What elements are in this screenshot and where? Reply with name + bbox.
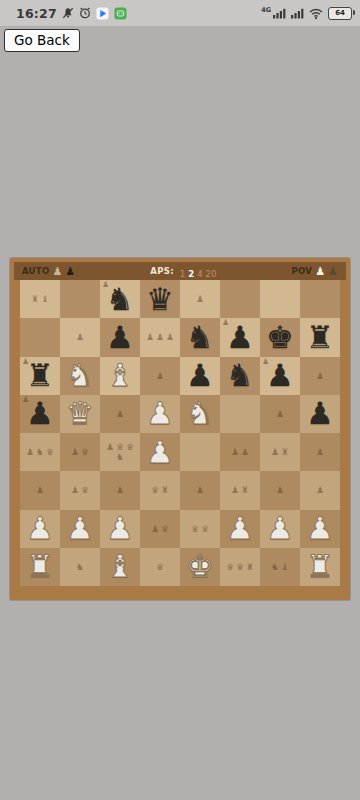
network-type-label: 4G (261, 6, 271, 14)
corner-ghost-pawn-icon: ♟ (22, 396, 29, 404)
ghost-bishop-icon: ♝ (41, 294, 49, 304)
auto-label: AUTO (22, 266, 49, 276)
ghost-pawn-icon: ♟ (156, 332, 164, 342)
ghost-rook-icon: ♜ (241, 485, 249, 495)
square-b8[interactable] (60, 280, 100, 318)
corner-ghost-pawn-icon: ♟ (102, 281, 109, 289)
square-e7[interactable]: ♞ (180, 318, 220, 356)
square-a4[interactable]: ♟♞♛ (20, 433, 60, 471)
ghost-markers: ♟♛ (62, 471, 98, 509)
black-king: ♚ (260, 318, 300, 356)
signal-bars-icon-sim2 (291, 8, 304, 19)
ghost-markers: ♟ (262, 395, 298, 433)
white-pawn: ♟ (140, 395, 180, 433)
ghost-markers: ♜♝ (22, 280, 58, 318)
ghost-queen-icon: ♛ (191, 524, 199, 534)
square-e3[interactable]: ♟ (180, 471, 220, 509)
square-b7[interactable]: ♟ (60, 318, 100, 356)
square-h5[interactable]: ♟ (300, 395, 340, 433)
ghost-pawn-icon: ♟ (166, 332, 174, 342)
ghost-pawn-icon: ♟ (196, 485, 204, 495)
ghost-knight-icon: ♞ (271, 562, 279, 572)
white-bishop: ♝ (100, 357, 140, 395)
white-rook: ♜ (20, 548, 60, 586)
playstore-icon (96, 7, 109, 20)
ghost-pawn-icon: ♟ (276, 409, 284, 419)
ghost-queen-icon: ♛ (81, 485, 89, 495)
ghost-pawn-icon: ♟ (276, 485, 284, 495)
ghost-knight-icon: ♞ (76, 562, 84, 572)
pov-black-toggle[interactable]: ♟ (328, 266, 338, 277)
ghost-queen-icon: ♛ (151, 485, 159, 495)
alarm-icon (79, 7, 91, 19)
ghost-pawn-icon: ♟ (146, 332, 154, 342)
square-b2[interactable]: ♟ (60, 510, 100, 548)
black-pawn: ♟ (260, 357, 300, 395)
wifi-icon (309, 8, 323, 19)
ghost-markers: ♟ (262, 471, 298, 509)
square-g8[interactable] (260, 280, 300, 318)
square-a8[interactable]: ♜♝ (20, 280, 60, 318)
square-g7[interactable]: ♚ (260, 318, 300, 356)
ghost-markers: ♟ (22, 471, 58, 509)
chess-board-frame: AUTO ♟ ♟ APS: 12420 POV ♟ ♟ ♜♝♟♞♛♟♟♟♟♟♟♞… (10, 258, 350, 600)
black-knight: ♞ (180, 318, 220, 356)
ghost-markers: ♞ (62, 548, 98, 586)
square-e5[interactable]: ♞ (180, 395, 220, 433)
square-b5[interactable]: ♛ (60, 395, 100, 433)
black-pawn: ♟ (180, 357, 220, 395)
white-rook: ♜ (300, 548, 340, 586)
black-rook: ♜ (300, 318, 340, 356)
green-app-icon (114, 7, 127, 20)
ghost-queen-icon: ♛ (46, 447, 54, 457)
ghost-queen-icon: ♛ (116, 442, 124, 452)
pov-white-toggle[interactable]: ♟ (315, 266, 325, 277)
white-pawn: ♟ (140, 433, 180, 471)
square-a6[interactable]: ♟♜ (20, 357, 60, 395)
square-b3[interactable]: ♟♛ (60, 471, 100, 509)
ghost-queen-icon: ♛ (81, 447, 89, 457)
square-d4[interactable]: ♟ (140, 433, 180, 471)
ghost-pawn-icon: ♟ (36, 485, 44, 495)
ghost-markers: ♟ (102, 471, 138, 509)
ghost-markers: ♛♛♜ (222, 548, 258, 586)
square-e2[interactable]: ♛♛ (180, 510, 220, 548)
mute-icon (62, 7, 74, 19)
square-c5[interactable]: ♟ (100, 395, 140, 433)
square-f5[interactable] (220, 395, 260, 433)
square-d8[interactable]: ♛ (140, 280, 180, 318)
ghost-pawn-icon: ♟ (156, 371, 164, 381)
white-pawn: ♟ (220, 510, 260, 548)
ghost-pawn-icon: ♟ (316, 485, 324, 495)
square-f8[interactable] (220, 280, 260, 318)
square-d1[interactable]: ♛ (140, 548, 180, 586)
ghost-queen-icon: ♛ (161, 524, 169, 534)
corner-ghost-pawn-icon: ♟ (22, 358, 29, 366)
black-knight: ♞ (220, 357, 260, 395)
ghost-markers: ♟♛ (62, 433, 98, 471)
battery-percent: 64 (335, 9, 345, 17)
square-h2[interactable]: ♟ (300, 510, 340, 548)
square-g5[interactable]: ♟ (260, 395, 300, 433)
ghost-markers: ♟♟♟ (142, 318, 178, 356)
ghost-pawn-icon: ♟ (316, 371, 324, 381)
ghost-pawn-icon: ♟ (316, 447, 324, 457)
ghost-rook-icon: ♜ (161, 485, 169, 495)
ghost-markers: ♟♛♛♞ (102, 433, 138, 471)
ghost-markers: ♛♛ (182, 510, 218, 548)
auto-white-toggle[interactable]: ♟ (52, 266, 62, 277)
ghost-queen-icon: ♛ (236, 562, 244, 572)
black-queen: ♛ (140, 280, 180, 318)
ghost-markers: ♟ (182, 280, 218, 318)
ghost-markers: ♛♜ (142, 471, 178, 509)
square-h1[interactable]: ♜ (300, 548, 340, 586)
pov-controls: POV ♟ ♟ (292, 266, 338, 277)
clock-time: 16:27 (16, 6, 57, 21)
ghost-knight-icon: ♞ (36, 447, 44, 457)
ghost-markers: ♟♜ (222, 471, 258, 509)
ghost-pawn-icon: ♟ (271, 447, 279, 457)
ghost-queen-icon: ♛ (226, 562, 234, 572)
square-a3[interactable]: ♟ (20, 471, 60, 509)
ghost-rook-icon: ♜ (281, 447, 289, 457)
ghost-pawn-icon: ♟ (196, 294, 204, 304)
square-a5[interactable]: ♟♟ (20, 395, 60, 433)
aps-label: APS: (150, 266, 174, 276)
ghost-markers: ♟ (302, 471, 338, 509)
ghost-bishop-icon: ♝ (281, 562, 289, 572)
white-pawn: ♟ (100, 510, 140, 548)
square-a1[interactable]: ♜ (20, 548, 60, 586)
square-c3[interactable]: ♟ (100, 471, 140, 509)
ghost-knight-icon: ♞ (116, 452, 124, 462)
ghost-pawn-icon: ♟ (26, 447, 34, 457)
ghost-pawn-icon: ♟ (241, 447, 249, 457)
square-g4[interactable]: ♟♜ (260, 433, 300, 471)
status-bar: 16:27 (0, 0, 360, 26)
square-h6[interactable]: ♟ (300, 357, 340, 395)
auto-black-toggle[interactable]: ♟ (65, 266, 75, 277)
auto-controls: AUTO ♟ ♟ (22, 266, 75, 277)
square-d5[interactable]: ♟ (140, 395, 180, 433)
ghost-queen-icon: ♛ (126, 442, 134, 452)
aps-option-2[interactable]: 2 (188, 269, 194, 279)
square-d7[interactable]: ♟♟♟ (140, 318, 180, 356)
square-c4[interactable]: ♟♛♛♞ (100, 433, 140, 471)
ghost-rook-icon: ♜ (31, 294, 39, 304)
ghost-markers: ♟♟ (222, 433, 258, 471)
square-g1[interactable]: ♞♝ (260, 548, 300, 586)
square-c8[interactable]: ♟♞ (100, 280, 140, 318)
square-b1[interactable]: ♞ (60, 548, 100, 586)
ghost-markers: ♟ (102, 395, 138, 433)
square-f7[interactable]: ♟♟ (220, 318, 260, 356)
ghost-queen-icon: ♛ (156, 562, 164, 572)
white-pawn: ♟ (20, 510, 60, 548)
square-h7[interactable]: ♜ (300, 318, 340, 356)
chess-board: ♜♝♟♞♛♟♟♟♟♟♟♞♟♟♚♜♟♜♞♝♟♟♞♟♟♟♟♟♛♟♟♞♟♟♟♞♛♟♛♟… (20, 280, 340, 586)
ghost-pawn-icon: ♟ (71, 447, 79, 457)
square-f6[interactable]: ♞ (220, 357, 260, 395)
square-d6[interactable]: ♟ (140, 357, 180, 395)
white-knight: ♞ (180, 395, 220, 433)
square-f3[interactable]: ♟♜ (220, 471, 260, 509)
ghost-pawn-icon: ♟ (71, 485, 79, 495)
black-knight: ♞ (100, 280, 140, 318)
white-bishop: ♝ (100, 548, 140, 586)
ghost-markers: ♟♞♛ (22, 433, 58, 471)
aps-option-1[interactable]: 1 (180, 269, 185, 279)
black-pawn: ♟ (20, 395, 60, 433)
board-header: AUTO ♟ ♟ APS: 12420 POV ♟ ♟ (14, 262, 346, 280)
ghost-queen-icon: ♛ (201, 524, 209, 534)
square-b6[interactable]: ♞ (60, 357, 100, 395)
square-c2[interactable]: ♟ (100, 510, 140, 548)
square-c6[interactable]: ♝ (100, 357, 140, 395)
white-pawn: ♟ (300, 510, 340, 548)
aps-option-4[interactable]: 4 (197, 269, 202, 279)
go-back-button[interactable]: Go Back (4, 29, 80, 52)
ghost-markers: ♟♛ (142, 510, 178, 548)
ghost-markers: ♟ (182, 471, 218, 509)
ghost-pawn-icon: ♟ (116, 409, 124, 419)
black-pawn: ♟ (100, 318, 140, 356)
white-pawn: ♟ (60, 510, 100, 548)
square-h4[interactable]: ♟ (300, 433, 340, 471)
square-h3[interactable]: ♟ (300, 471, 340, 509)
square-b4[interactable]: ♟♛ (60, 433, 100, 471)
aps-controls: APS: 12420 (150, 262, 216, 281)
signal-bars-icon-sim1 (273, 8, 286, 19)
square-c7[interactable]: ♟ (100, 318, 140, 356)
square-e4[interactable] (180, 433, 220, 471)
black-pawn: ♟ (300, 395, 340, 433)
square-g2[interactable]: ♟ (260, 510, 300, 548)
battery-icon: 64 (328, 7, 352, 20)
black-pawn: ♟ (220, 318, 260, 356)
ghost-pawn-icon: ♟ (231, 485, 239, 495)
corner-ghost-pawn-icon: ♟ (262, 358, 269, 366)
square-e6[interactable]: ♟ (180, 357, 220, 395)
square-c1[interactable]: ♝ (100, 548, 140, 586)
square-g3[interactable]: ♟ (260, 471, 300, 509)
square-f4[interactable]: ♟♟ (220, 433, 260, 471)
aps-options: 12420 (177, 262, 217, 281)
ghost-markers: ♟ (142, 357, 178, 395)
white-queen: ♛ (60, 395, 100, 433)
ghost-pawn-icon: ♟ (116, 485, 124, 495)
square-d3[interactable]: ♛♜ (140, 471, 180, 509)
ghost-markers: ♟♜ (262, 433, 298, 471)
square-h8[interactable] (300, 280, 340, 318)
ghost-pawn-icon: ♟ (76, 332, 84, 342)
ghost-markers: ♟ (62, 318, 98, 356)
black-rook: ♜ (20, 357, 60, 395)
pov-label: POV (292, 266, 313, 276)
ghost-pawn-icon: ♟ (151, 524, 159, 534)
ghost-markers: ♟ (302, 433, 338, 471)
white-king: ♚ (180, 548, 220, 586)
white-knight: ♞ (60, 357, 100, 395)
square-f2[interactable]: ♟ (220, 510, 260, 548)
square-f1[interactable]: ♛♛♜ (220, 548, 260, 586)
square-e8[interactable]: ♟ (180, 280, 220, 318)
aps-option-20[interactable]: 20 (206, 269, 217, 279)
ghost-pawn-icon: ♟ (231, 447, 239, 457)
square-a2[interactable]: ♟ (20, 510, 60, 548)
ghost-markers: ♞♝ (262, 548, 298, 586)
square-a7[interactable] (20, 318, 60, 356)
corner-ghost-pawn-icon: ♟ (222, 319, 229, 327)
ghost-markers: ♟ (302, 357, 338, 395)
square-e1[interactable]: ♚ (180, 548, 220, 586)
square-d2[interactable]: ♟♛ (140, 510, 180, 548)
ghost-markers: ♛ (142, 548, 178, 586)
ghost-rook-icon: ♜ (246, 562, 254, 572)
square-g6[interactable]: ♟♟ (260, 357, 300, 395)
ghost-pawn-icon: ♟ (106, 442, 114, 452)
white-pawn: ♟ (260, 510, 300, 548)
